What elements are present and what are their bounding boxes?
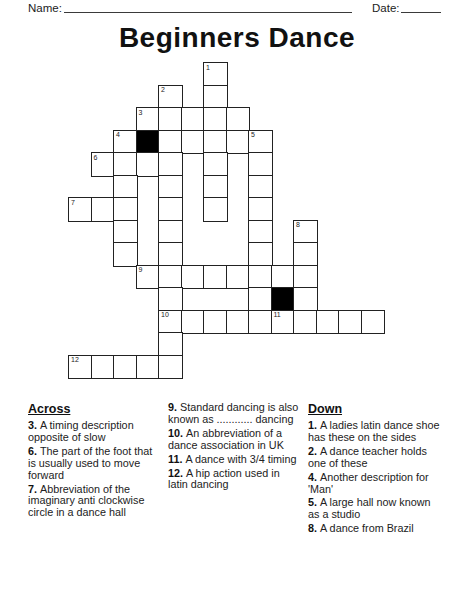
across-clues-column: Across 3. A timing description opposite …	[28, 402, 161, 537]
grid-cell[interactable]	[137, 153, 160, 176]
grid-cell[interactable]	[114, 356, 137, 379]
clue-item-number: 4.	[308, 471, 320, 483]
grid-cell[interactable]: 10	[159, 311, 182, 334]
clue-number-9: 9	[139, 266, 143, 273]
grid-cell[interactable]	[249, 288, 272, 311]
grid-cell[interactable]: 12	[69, 356, 92, 379]
clue-item: 3. A timing description opposite of slow	[28, 420, 161, 444]
grid-cell[interactable]	[159, 153, 182, 176]
grid-cell[interactable]: 8	[294, 221, 317, 244]
grid-cell[interactable]	[182, 266, 205, 289]
clue-item-number: 2.	[308, 445, 320, 457]
clue-number-3: 3	[139, 109, 143, 116]
grid-cell[interactable]	[294, 311, 317, 334]
grid-cell[interactable]: 5	[249, 131, 272, 154]
clue-item-number: 3.	[28, 419, 40, 431]
clue-item: 2. A dance teacher holds one of these	[308, 446, 441, 470]
grid-cell[interactable]: 2	[159, 86, 182, 109]
across-clue-list: 3. A timing description opposite of slow…	[28, 420, 161, 519]
grid-cell[interactable]	[204, 198, 227, 221]
clue-item-number: 8.	[308, 522, 320, 534]
grid-cell[interactable]	[294, 243, 317, 266]
grid-cell[interactable]	[249, 266, 272, 289]
grid-cell[interactable]	[159, 356, 182, 379]
grid-cell[interactable]	[159, 243, 182, 266]
clue-number-4: 4	[116, 131, 120, 138]
clue-number-2: 2	[161, 86, 165, 93]
grid-cell[interactable]	[204, 266, 227, 289]
grid-cell[interactable]	[182, 131, 205, 154]
clue-item: 1. A ladies latin dance shoe has these o…	[308, 420, 441, 444]
grid-cell[interactable]	[249, 153, 272, 176]
across-header: Across	[28, 402, 161, 416]
crossword-grid: 123456789101112	[69, 63, 384, 378]
grid-cell[interactable]: 3	[137, 108, 160, 131]
grid-cell[interactable]	[137, 356, 160, 379]
clue-number-1: 1	[206, 64, 210, 71]
clue-item: 9. Standard dancing is also known as ...…	[168, 402, 301, 426]
grid-cell[interactable]: 1	[204, 63, 227, 86]
clue-item-number: 1.	[308, 419, 320, 431]
grid-cell[interactable]	[159, 198, 182, 221]
clue-item-number: 12.	[168, 467, 186, 479]
name-input-line[interactable]	[64, 1, 352, 13]
grid-cell[interactable]	[159, 131, 182, 154]
clue-number-7: 7	[71, 199, 75, 206]
grid-cell[interactable]	[159, 176, 182, 199]
grid-cell[interactable]	[249, 221, 272, 244]
grid-cell[interactable]	[159, 108, 182, 131]
grid-cell[interactable]	[204, 86, 227, 109]
grid-cell[interactable]: 6	[92, 153, 115, 176]
grid-cell[interactable]	[227, 131, 250, 154]
clue-item-number: 6.	[28, 445, 40, 457]
grid-cell[interactable]: 9	[137, 266, 160, 289]
grid-cell[interactable]	[159, 221, 182, 244]
grid-cell[interactable]	[227, 108, 250, 131]
across-continued-clue-list: 9. Standard dancing is also known as ...…	[168, 402, 301, 491]
clues-section: Across 3. A timing description opposite …	[28, 402, 448, 537]
across-continued-column: 9. Standard dancing is also known as ...…	[168, 402, 301, 537]
down-header: Down	[308, 402, 441, 416]
grid-cell[interactable]	[114, 221, 137, 244]
clue-item: 6. The part of the foot that is usually …	[28, 446, 161, 482]
grid-cell[interactable]	[249, 198, 272, 221]
grid-cell[interactable]	[114, 153, 137, 176]
clue-item: 4. Another description for 'Man'	[308, 472, 441, 496]
grid-cell[interactable]	[92, 198, 115, 221]
clue-item-number: 9.	[168, 401, 180, 413]
grid-cell[interactable]	[204, 131, 227, 154]
clue-item-number: 11.	[168, 453, 185, 465]
grid-cell[interactable]: 4	[114, 131, 137, 154]
grid-cell[interactable]	[114, 176, 137, 199]
grid-cell[interactable]	[294, 288, 317, 311]
grid-cell[interactable]	[159, 266, 182, 289]
clue-item: 11. A dance with 3/4 timing	[168, 454, 301, 466]
black-cell	[272, 288, 295, 311]
down-clue-list: 1. A ladies latin dance shoe has these o…	[308, 420, 441, 535]
clue-item: 10. An abbreviation of a dance associati…	[168, 428, 301, 452]
worksheet-header: Name: Date:	[0, 1, 474, 17]
grid-cell[interactable]	[227, 311, 250, 334]
grid-cell[interactable]	[362, 311, 385, 334]
clue-number-10: 10	[161, 311, 169, 318]
clue-item-number: 5.	[308, 496, 320, 508]
date-label: Date:	[372, 2, 400, 14]
grid-cell[interactable]	[204, 108, 227, 131]
grid-cell[interactable]	[272, 266, 295, 289]
grid-cell[interactable]	[249, 311, 272, 334]
clue-number-5: 5	[251, 131, 255, 138]
clue-item: 7. Abbreviation of the imaginary anti cl…	[28, 484, 161, 520]
clue-item: 5. A large hall now known as a studio	[308, 497, 441, 521]
grid-cell[interactable]	[182, 311, 205, 334]
grid-cell[interactable]	[159, 288, 182, 311]
clue-number-12: 12	[71, 356, 79, 363]
grid-cell[interactable]	[249, 176, 272, 199]
grid-cell[interactable]	[317, 311, 340, 334]
clue-number-8: 8	[296, 221, 300, 228]
grid-cell[interactable]	[92, 356, 115, 379]
clue-item: 12. A hip action used in latin dancing	[168, 468, 301, 492]
grid-cell[interactable]	[204, 176, 227, 199]
clue-number-11: 11	[274, 311, 281, 318]
grid-cell[interactable]	[182, 108, 205, 131]
clue-item-number: 10.	[168, 427, 186, 439]
grid-cell[interactable]	[339, 311, 362, 334]
clue-item: 8. A dance from Brazil	[308, 523, 441, 535]
down-clues-column: Down 1. A ladies latin dance shoe has th…	[308, 402, 441, 537]
grid-cell[interactable]	[227, 266, 250, 289]
grid-cell[interactable]: 11	[272, 311, 295, 334]
grid-cell[interactable]: 7	[69, 198, 92, 221]
crossword-worksheet: { "header": { "name_label": "Name:", "da…	[0, 0, 474, 613]
grid-cell[interactable]	[204, 153, 227, 176]
grid-cell[interactable]	[114, 243, 137, 266]
page-title: Beginners Dance	[0, 22, 474, 54]
grid-cell[interactable]	[249, 243, 272, 266]
grid-cell[interactable]	[294, 266, 317, 289]
grid-cell[interactable]	[204, 311, 227, 334]
clue-number-6: 6	[94, 154, 98, 161]
black-cell	[137, 131, 160, 154]
clue-item-number: 7.	[28, 483, 40, 495]
name-label: Name:	[28, 2, 62, 14]
grid-cell[interactable]	[114, 198, 137, 221]
grid-cell[interactable]	[159, 333, 182, 356]
date-input-line[interactable]	[401, 1, 441, 13]
